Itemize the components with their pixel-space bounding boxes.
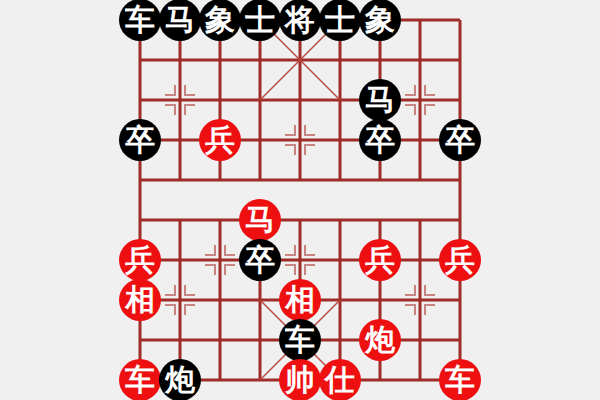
piece-red-general[interactable]: 帅 [279,359,321,400]
piece-black-general[interactable]: 将 [279,0,321,41]
piece-black-advisor[interactable]: 士 [319,0,361,41]
piece-black-horse[interactable]: 马 [359,79,401,121]
piece-red-soldier[interactable]: 兵 [119,239,161,281]
piece-black-rook[interactable]: 车 [119,0,161,41]
piece-black-rook[interactable]: 车 [279,319,321,361]
piece-red-rook[interactable]: 车 [119,359,161,400]
piece-grid: 车马象士将士象马卒兵卒卒马兵卒兵兵相相车炮车炮帅仕车 [120,0,480,400]
piece-black-advisor[interactable]: 士 [239,0,281,41]
piece-black-elephant[interactable]: 象 [199,0,241,41]
piece-black-cannon[interactable]: 炮 [159,359,201,400]
piece-red-horse[interactable]: 马 [239,199,281,241]
piece-black-horse[interactable]: 马 [159,0,201,41]
piece-red-rook[interactable]: 车 [439,359,481,400]
piece-red-soldier[interactable]: 兵 [359,239,401,281]
xiangqi-board: 车马象士将士象马卒兵卒卒马兵卒兵兵相相车炮车炮帅仕车 [0,0,600,400]
piece-red-soldier[interactable]: 兵 [199,119,241,161]
piece-red-elephant[interactable]: 相 [119,279,161,321]
piece-black-soldier[interactable]: 卒 [119,119,161,161]
piece-red-soldier[interactable]: 兵 [439,239,481,281]
piece-red-cannon[interactable]: 炮 [359,319,401,361]
piece-black-elephant[interactable]: 象 [359,0,401,41]
piece-black-soldier[interactable]: 卒 [359,119,401,161]
piece-black-soldier[interactable]: 卒 [239,239,281,281]
piece-red-elephant[interactable]: 相 [279,279,321,321]
piece-red-advisor[interactable]: 仕 [319,359,361,400]
piece-black-soldier[interactable]: 卒 [439,119,481,161]
